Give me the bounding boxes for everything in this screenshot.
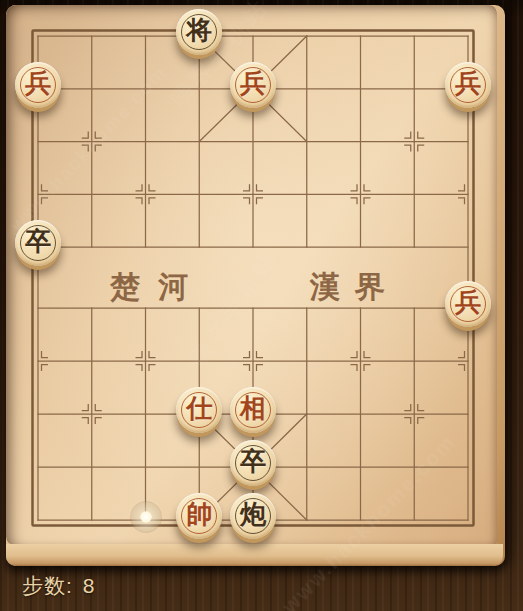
piece-character: 帥 — [186, 502, 212, 528]
black-general-piece[interactable]: 将 — [176, 9, 222, 55]
red-general-piece[interactable]: 帥 — [176, 493, 222, 539]
piece-character: 将 — [186, 18, 212, 44]
piece-character: 兵 — [240, 71, 266, 97]
piece-character: 仕 — [186, 396, 212, 422]
piece-character: 相 — [240, 396, 266, 422]
red-soldier-piece[interactable]: 兵 — [445, 281, 491, 327]
piece-character: 兵 — [455, 290, 481, 316]
red-elephant-piece[interactable]: 相 — [230, 387, 276, 433]
move-highlight-dot — [140, 511, 152, 523]
river-text-chu: 楚 — [109, 270, 141, 303]
red-advisor-piece[interactable]: 仕 — [176, 387, 222, 433]
piece-character: 炮 — [240, 502, 266, 528]
move-counter: 步数:8 — [22, 572, 96, 600]
move-counter-label: 步数: — [22, 574, 73, 597]
piece-character: 兵 — [25, 71, 51, 97]
piece-character: 卒 — [25, 229, 51, 255]
river-text-jie: 界 — [354, 270, 385, 303]
red-soldier-piece[interactable]: 兵 — [230, 62, 276, 108]
piece-character: 兵 — [455, 71, 481, 97]
xiangqi-app-screen: 楚河漢界 将兵兵兵卒兵仕相卒帥炮 www.hackhome.com嗨客手机站嗨客… — [0, 0, 523, 611]
river-text-he: 河 — [157, 270, 188, 303]
piece-character: 卒 — [240, 449, 266, 475]
black-soldier-piece[interactable]: 卒 — [15, 220, 61, 266]
red-soldier-piece[interactable]: 兵 — [445, 62, 491, 108]
black-soldier-piece[interactable]: 卒 — [230, 440, 276, 486]
red-soldier-piece[interactable]: 兵 — [15, 62, 61, 108]
move-counter-value: 8 — [83, 574, 96, 597]
bottom-bar: 步数:8 — [0, 566, 523, 611]
black-cannon-piece[interactable]: 炮 — [230, 493, 276, 539]
river-text-han: 漢 — [309, 270, 340, 303]
